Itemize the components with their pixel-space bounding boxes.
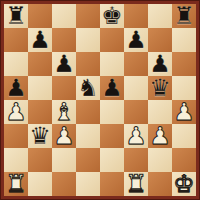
piece-white-king-h1[interactable]: ♚ <box>172 172 196 196</box>
piece-black-pawn-c6[interactable]: ♟ <box>52 52 76 76</box>
square-d6[interactable] <box>76 52 100 76</box>
square-d4[interactable] <box>76 100 100 124</box>
square-c2[interactable] <box>52 148 76 172</box>
square-a7[interactable] <box>4 28 28 52</box>
square-e7[interactable] <box>100 28 124 52</box>
chess-board-frame: ♜♚♜♟♟♟♟♟♞♟♛♟♝♟♛♟♟♟♜♜♚ <box>0 0 200 200</box>
square-d1[interactable] <box>76 172 100 196</box>
chess-board: ♜♚♜♟♟♟♟♟♞♟♛♟♝♟♛♟♟♟♜♜♚ <box>4 4 196 196</box>
square-a2[interactable] <box>4 148 28 172</box>
piece-black-pawn-e5[interactable]: ♟ <box>100 76 124 100</box>
piece-black-queen-b3[interactable]: ♛ <box>28 124 52 148</box>
piece-white-pawn-h4[interactable]: ♟ <box>172 100 196 124</box>
square-f7[interactable]: ♟ <box>124 28 148 52</box>
square-a8[interactable]: ♜ <box>4 4 28 28</box>
piece-black-pawn-a5[interactable]: ♟ <box>4 76 28 100</box>
square-c4[interactable]: ♝ <box>52 100 76 124</box>
square-g8[interactable] <box>148 4 172 28</box>
square-a1[interactable]: ♜ <box>4 172 28 196</box>
square-a6[interactable] <box>4 52 28 76</box>
square-g5[interactable]: ♛ <box>148 76 172 100</box>
square-f4[interactable] <box>124 100 148 124</box>
square-h3[interactable] <box>172 124 196 148</box>
square-h6[interactable] <box>172 52 196 76</box>
square-g4[interactable] <box>148 100 172 124</box>
square-c7[interactable] <box>52 28 76 52</box>
piece-black-rook-h8[interactable]: ♜ <box>172 4 196 28</box>
square-e1[interactable] <box>100 172 124 196</box>
square-h1[interactable]: ♚ <box>172 172 196 196</box>
square-a3[interactable] <box>4 124 28 148</box>
square-c8[interactable] <box>52 4 76 28</box>
square-a4[interactable]: ♟ <box>4 100 28 124</box>
square-g3[interactable]: ♟ <box>148 124 172 148</box>
square-b5[interactable] <box>28 76 52 100</box>
piece-white-pawn-a4[interactable]: ♟ <box>4 100 28 124</box>
piece-white-bishop-c4[interactable]: ♝ <box>52 100 76 124</box>
square-f8[interactable] <box>124 4 148 28</box>
square-e6[interactable] <box>100 52 124 76</box>
square-h5[interactable] <box>172 76 196 100</box>
square-b2[interactable] <box>28 148 52 172</box>
square-e2[interactable] <box>100 148 124 172</box>
piece-black-pawn-g6[interactable]: ♟ <box>148 52 172 76</box>
piece-white-pawn-f3[interactable]: ♟ <box>124 124 148 148</box>
square-g7[interactable] <box>148 28 172 52</box>
piece-black-knight-d5[interactable]: ♞ <box>76 76 100 100</box>
square-b4[interactable] <box>28 100 52 124</box>
square-g6[interactable]: ♟ <box>148 52 172 76</box>
square-c5[interactable] <box>52 76 76 100</box>
square-b1[interactable] <box>28 172 52 196</box>
square-e3[interactable] <box>100 124 124 148</box>
square-b7[interactable]: ♟ <box>28 28 52 52</box>
square-h4[interactable]: ♟ <box>172 100 196 124</box>
piece-black-pawn-f7[interactable]: ♟ <box>124 28 148 52</box>
square-b3[interactable]: ♛ <box>28 124 52 148</box>
piece-white-pawn-c3[interactable]: ♟ <box>52 124 76 148</box>
square-h7[interactable] <box>172 28 196 52</box>
square-f6[interactable] <box>124 52 148 76</box>
square-b6[interactable] <box>28 52 52 76</box>
square-a5[interactable]: ♟ <box>4 76 28 100</box>
piece-black-queen-g5[interactable]: ♛ <box>148 76 172 100</box>
piece-black-king-e8[interactable]: ♚ <box>100 4 124 28</box>
square-g1[interactable] <box>148 172 172 196</box>
square-f5[interactable] <box>124 76 148 100</box>
square-g2[interactable] <box>148 148 172 172</box>
square-b8[interactable] <box>28 4 52 28</box>
piece-black-pawn-b7[interactable]: ♟ <box>28 28 52 52</box>
square-e5[interactable]: ♟ <box>100 76 124 100</box>
square-d7[interactable] <box>76 28 100 52</box>
square-e4[interactable] <box>100 100 124 124</box>
square-d5[interactable]: ♞ <box>76 76 100 100</box>
piece-black-rook-a8[interactable]: ♜ <box>4 4 28 28</box>
square-f3[interactable]: ♟ <box>124 124 148 148</box>
square-e8[interactable]: ♚ <box>100 4 124 28</box>
square-c1[interactable] <box>52 172 76 196</box>
piece-white-rook-f1[interactable]: ♜ <box>124 172 148 196</box>
square-f2[interactable] <box>124 148 148 172</box>
square-h2[interactable] <box>172 148 196 172</box>
square-f1[interactable]: ♜ <box>124 172 148 196</box>
square-d3[interactable] <box>76 124 100 148</box>
square-c3[interactable]: ♟ <box>52 124 76 148</box>
piece-white-pawn-g3[interactable]: ♟ <box>148 124 172 148</box>
piece-white-rook-a1[interactable]: ♜ <box>4 172 28 196</box>
square-c6[interactable]: ♟ <box>52 52 76 76</box>
square-h8[interactable]: ♜ <box>172 4 196 28</box>
square-d2[interactable] <box>76 148 100 172</box>
square-d8[interactable] <box>76 4 100 28</box>
